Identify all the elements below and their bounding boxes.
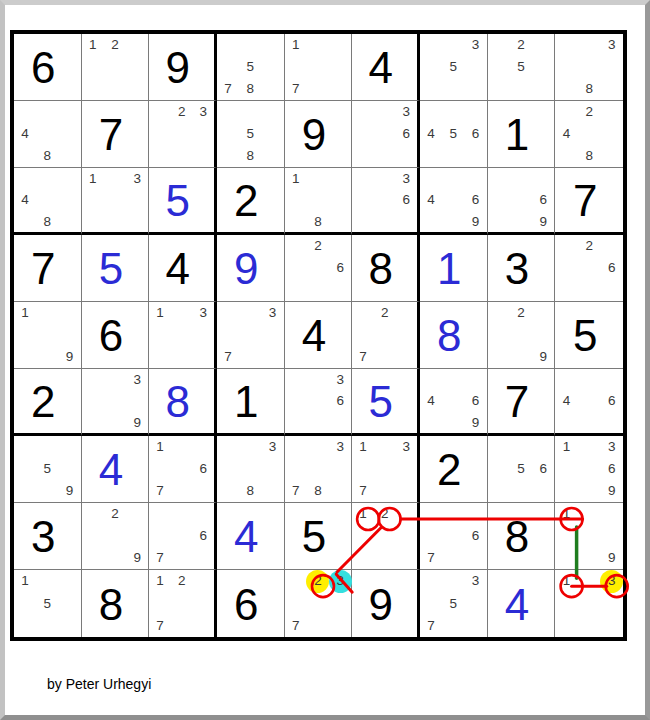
candidate-r7c8-5[interactable]: 5 [510, 458, 532, 480]
empty-slot [374, 346, 396, 368]
empty-slot [420, 145, 442, 167]
empty-slot [14, 101, 36, 123]
empty-slot [329, 412, 351, 433]
empty-slot [578, 615, 601, 637]
empty-slot [578, 369, 601, 390]
cell-r6c1[interactable]: 2 [14, 369, 82, 436]
candidate-r8c7-7[interactable]: 7 [420, 547, 442, 569]
candidate-r9c7-3[interactable]: 3 [464, 570, 486, 592]
empty-slot [14, 324, 36, 346]
cell-r5c5[interactable]: 4 [285, 302, 353, 369]
cell-r7c5[interactable]: 378 [285, 436, 353, 503]
empty-slot [555, 279, 578, 301]
cell-r5c1[interactable]: 19 [14, 302, 82, 369]
candidate-r7c6-1[interactable]: 1 [352, 436, 374, 458]
empty-slot [329, 592, 351, 614]
cell-r3c7[interactable]: 469 [420, 168, 488, 235]
candidate-r1c9-8[interactable]: 8 [578, 78, 601, 100]
empty-slot [126, 211, 148, 232]
empty-slot [578, 570, 601, 592]
candidate-r8c3-7[interactable]: 7 [149, 547, 171, 569]
candidate-r1c9-3[interactable]: 3 [600, 34, 623, 56]
empty-slot [352, 211, 374, 232]
candidate-r5c8-9[interactable]: 9 [532, 346, 554, 368]
cell-r5c8[interactable]: 29 [488, 302, 556, 369]
candidate-r3c6-3[interactable]: 3 [395, 168, 417, 189]
cell-r7c2[interactable]: 4 [82, 436, 150, 503]
empty-slot [555, 34, 578, 56]
candidate-r7c9-3[interactable]: 3 [600, 436, 623, 458]
candidate-r5c6-2[interactable]: 2 [374, 302, 396, 324]
candidate-r1c8-2[interactable]: 2 [510, 34, 532, 56]
cell-r5c6[interactable]: 27 [352, 302, 420, 369]
empty-slot [307, 390, 329, 411]
empty-slot [149, 503, 171, 525]
candidate-r1c7-5[interactable]: 5 [442, 56, 464, 78]
candidate-r4c9-2[interactable]: 2 [578, 235, 601, 257]
empty-slot [104, 547, 126, 569]
cell-r4c8[interactable]: 3 [488, 235, 556, 302]
candidate-r3c2-1[interactable]: 1 [82, 168, 104, 189]
empty-slot [58, 145, 80, 167]
cell-r1c9[interactable]: 38 [555, 34, 623, 101]
candidate-r6c7-6[interactable]: 6 [464, 390, 486, 411]
candidate-r7c1-5[interactable]: 5 [36, 458, 58, 480]
candidate-r1c2-1[interactable]: 1 [82, 34, 104, 56]
empty-slot [285, 189, 307, 210]
empty-slot [578, 547, 601, 569]
candidate-r7c3-1[interactable]: 1 [149, 436, 171, 458]
candidate-r2c7-4[interactable]: 4 [420, 123, 442, 145]
cell-r1c1[interactable]: 6 [14, 34, 82, 101]
cell-r1c7[interactable]: 35 [420, 34, 488, 101]
empty-slot [395, 346, 417, 368]
candidate-r1c5-1[interactable]: 1 [285, 34, 307, 56]
candidate-r2c9-8[interactable]: 8 [578, 145, 601, 167]
cell-r1c2[interactable]: 12 [82, 34, 150, 101]
empty-slot [104, 525, 126, 547]
candidate-r3c5-8[interactable]: 8 [307, 211, 329, 232]
cell-r3c5[interactable]: 18 [285, 168, 353, 235]
candidate-r2c9-2[interactable]: 2 [578, 101, 601, 123]
empty-slot [285, 56, 307, 78]
given-digit: 2 [234, 179, 258, 223]
candidate-r7c9-1[interactable]: 1 [555, 436, 578, 458]
cell-r3c1[interactable]: 48 [14, 168, 82, 235]
candidate-grid: 23 [149, 101, 214, 167]
cell-r9c5[interactable]: 237 [285, 570, 353, 637]
empty-slot [82, 78, 104, 100]
cell-r2c8[interactable]: 1 [488, 101, 556, 168]
empty-slot [578, 56, 601, 78]
cell-r1c3[interactable]: 9 [149, 34, 217, 101]
empty-slot [239, 458, 261, 480]
candidate-r7c5-7[interactable]: 7 [285, 480, 307, 502]
empty-slot [510, 189, 532, 210]
cell-r4c5[interactable]: 26 [285, 235, 353, 302]
empty-slot [14, 436, 36, 458]
cell-r9c2[interactable]: 8 [82, 570, 150, 637]
candidate-r6c5-3[interactable]: 3 [329, 369, 351, 390]
empty-slot [464, 145, 486, 167]
candidate-grid: 69 [488, 168, 555, 232]
cell-r1c5[interactable]: 17 [285, 34, 353, 101]
candidate-r5c1-1[interactable]: 1 [14, 302, 36, 324]
candidate-r9c3-1[interactable]: 1 [149, 570, 171, 592]
empty-slot [217, 324, 239, 346]
empty-slot [307, 592, 329, 614]
candidate-r9c3-7[interactable]: 7 [149, 615, 171, 637]
empty-slot [420, 592, 442, 614]
empty-slot [600, 235, 623, 257]
candidate-r5c4-7[interactable]: 7 [217, 346, 239, 368]
candidate-r8c2-9[interactable]: 9 [126, 547, 148, 569]
candidate-r1c2-2[interactable]: 2 [104, 34, 126, 56]
cell-r7c3[interactable]: 167 [149, 436, 217, 503]
cell-r7c9[interactable]: 1369 [555, 436, 623, 503]
solved-digit: 4 [99, 448, 123, 492]
candidate-grid: 578 [217, 34, 284, 100]
solved-digit: 1 [437, 247, 461, 291]
empty-slot [352, 189, 374, 210]
empty-slot [532, 436, 554, 458]
candidate-r3c7-6[interactable]: 6 [464, 189, 486, 210]
empty-slot [488, 189, 510, 210]
empty-slot [307, 257, 329, 279]
cell-r2c4[interactable]: 58 [217, 101, 285, 168]
cell-r4c3[interactable]: 4 [149, 235, 217, 302]
solved-digit: 4 [505, 583, 529, 627]
empty-slot [329, 78, 351, 100]
empty-slot [352, 525, 374, 547]
empty-slot [442, 101, 464, 123]
empty-slot [217, 302, 239, 324]
cell-r6c9[interactable]: 46 [555, 369, 623, 436]
empty-slot [261, 101, 283, 123]
cell-r9c9[interactable]: 13 [555, 570, 623, 637]
cell-r3c3[interactable]: 5 [149, 168, 217, 235]
candidate-r9c9-1[interactable]: 1 [555, 570, 578, 592]
candidate-r4c5-2[interactable]: 2 [307, 235, 329, 257]
given-digit: 6 [99, 314, 123, 358]
cell-r4c4[interactable]: 9 [217, 235, 285, 302]
empty-slot [82, 525, 104, 547]
cell-r8c7[interactable]: 67 [420, 503, 488, 570]
candidate-r6c7-9[interactable]: 9 [464, 412, 486, 433]
cell-r7c1[interactable]: 59 [14, 436, 82, 503]
empty-slot [374, 436, 396, 458]
cell-r5c9[interactable]: 5 [555, 302, 623, 369]
cell-r9c4[interactable]: 6 [217, 570, 285, 637]
cell-r8c6[interactable]: 12 [352, 503, 420, 570]
candidate-r2c7-5[interactable]: 5 [442, 123, 464, 145]
empty-slot [510, 324, 532, 346]
candidate-r9c5-2[interactable]: 2 [307, 570, 329, 592]
empty-slot [14, 211, 36, 232]
cell-r7c8[interactable]: 56 [488, 436, 556, 503]
candidate-r3c7-9[interactable]: 9 [464, 211, 486, 232]
candidate-r2c7-6[interactable]: 6 [464, 123, 486, 145]
cell-r8c5[interactable]: 5 [285, 503, 353, 570]
candidate-r1c4-8[interactable]: 8 [239, 78, 261, 100]
author-caption: by Peter Urhegyi [47, 676, 151, 692]
empty-slot [510, 436, 532, 458]
cell-r3c2[interactable]: 13 [82, 168, 150, 235]
cell-r7c4[interactable]: 38 [217, 436, 285, 503]
candidate-r7c4-3[interactable]: 3 [261, 436, 283, 458]
candidate-r5c3-1[interactable]: 1 [149, 302, 171, 324]
candidate-r7c6-7[interactable]: 7 [352, 480, 374, 502]
candidate-r7c9-6[interactable]: 6 [600, 458, 623, 480]
cell-r7c6[interactable]: 137 [352, 436, 420, 503]
empty-slot [578, 592, 601, 614]
cell-r2c9[interactable]: 248 [555, 101, 623, 168]
empty-slot [510, 480, 532, 502]
empty-slot [82, 412, 104, 433]
cell-r6c2[interactable]: 39 [82, 369, 150, 436]
cell-r5c2[interactable]: 6 [82, 302, 150, 369]
cell-r2c2[interactable]: 7 [82, 101, 150, 168]
candidate-r1c8-5[interactable]: 5 [510, 56, 532, 78]
cell-r2c1[interactable]: 48 [14, 101, 82, 168]
cell-r7c7[interactable]: 2 [420, 436, 488, 503]
candidate-r8c3-6[interactable]: 6 [192, 525, 214, 547]
candidate-r7c1-9[interactable]: 9 [58, 480, 80, 502]
candidate-r8c6-1[interactable]: 1 [352, 503, 374, 525]
candidate-grid: 1369 [555, 436, 623, 502]
empty-slot [600, 279, 623, 301]
empty-slot [464, 168, 486, 189]
empty-slot [578, 390, 601, 411]
candidate-grid: 36 [352, 168, 417, 232]
candidate-r3c1-8[interactable]: 8 [36, 211, 58, 232]
candidate-grid: 469 [420, 369, 487, 433]
candidate-r2c3-2[interactable]: 2 [171, 101, 193, 123]
empty-slot [555, 615, 578, 637]
cell-r3c9[interactable]: 7 [555, 168, 623, 235]
empty-slot [329, 34, 351, 56]
solved-digit: 8 [165, 380, 189, 424]
candidate-r8c9-1[interactable]: 1 [555, 503, 578, 525]
cell-r1c4[interactable]: 578 [217, 34, 285, 101]
candidate-r9c1-5[interactable]: 5 [36, 592, 58, 614]
cell-r4c1[interactable]: 7 [14, 235, 82, 302]
candidate-r9c3-2[interactable]: 2 [171, 570, 193, 592]
candidate-r5c4-3[interactable]: 3 [261, 302, 283, 324]
cell-r8c2[interactable]: 29 [82, 503, 150, 570]
cell-r8c9[interactable]: 19 [555, 503, 623, 570]
cell-r5c3[interactable]: 13 [149, 302, 217, 369]
cell-r9c1[interactable]: 15 [14, 570, 82, 637]
candidate-r1c4-5[interactable]: 5 [239, 56, 261, 78]
candidate-r6c2-9[interactable]: 9 [126, 412, 148, 433]
candidate-r7c6-3[interactable]: 3 [395, 436, 417, 458]
candidate-r7c3-6[interactable]: 6 [192, 458, 214, 480]
given-digit: 5 [302, 515, 326, 559]
cell-r8c1[interactable]: 3 [14, 503, 82, 570]
candidate-r3c5-1[interactable]: 1 [285, 168, 307, 189]
candidate-r9c9-3[interactable]: 3 [600, 570, 623, 592]
candidate-r2c6-6[interactable]: 6 [395, 123, 417, 145]
cell-r2c6[interactable]: 36 [352, 101, 420, 168]
empty-slot [442, 615, 464, 637]
candidate-r5c6-7[interactable]: 7 [352, 346, 374, 368]
empty-slot [192, 480, 214, 502]
candidate-r7c8-6[interactable]: 6 [532, 458, 554, 480]
empty-slot [285, 211, 307, 232]
empty-slot [307, 189, 329, 210]
cell-r4c9[interactable]: 26 [555, 235, 623, 302]
candidate-r8c2-2[interactable]: 2 [104, 503, 126, 525]
cell-r8c3[interactable]: 67 [149, 503, 217, 570]
empty-slot [192, 346, 214, 368]
empty-slot [420, 56, 442, 78]
cell-r4c2[interactable]: 5 [82, 235, 150, 302]
empty-slot [285, 235, 307, 257]
empty-slot [329, 168, 351, 189]
candidate-r2c1-8[interactable]: 8 [36, 145, 58, 167]
empty-slot [126, 503, 148, 525]
empty-slot [395, 547, 417, 569]
empty-slot [171, 145, 193, 167]
cell-r3c6[interactable]: 36 [352, 168, 420, 235]
empty-slot [14, 168, 36, 189]
empty-slot [104, 189, 126, 210]
candidate-r7c5-3[interactable]: 3 [329, 436, 351, 458]
candidate-r3c6-6[interactable]: 6 [395, 189, 417, 210]
candidate-r8c7-6[interactable]: 6 [464, 525, 486, 547]
empty-slot [104, 56, 126, 78]
empty-slot [464, 369, 486, 390]
candidate-r2c6-3[interactable]: 3 [395, 101, 417, 123]
cell-r5c7[interactable]: 8 [420, 302, 488, 369]
cell-r6c6[interactable]: 5 [352, 369, 420, 436]
candidate-r3c7-4[interactable]: 4 [420, 189, 442, 210]
given-digit: 9 [368, 583, 392, 627]
cell-r6c4[interactable]: 1 [217, 369, 285, 436]
cell-r4c7[interactable]: 1 [420, 235, 488, 302]
solved-digit: 5 [99, 247, 123, 291]
candidate-r2c3-3[interactable]: 3 [192, 101, 214, 123]
candidate-r6c9-6[interactable]: 6 [600, 390, 623, 411]
cell-r2c7[interactable]: 456 [420, 101, 488, 168]
cell-r8c4[interactable]: 4 [217, 503, 285, 570]
cell-r9c7[interactable]: 357 [420, 570, 488, 637]
candidate-grid: 137 [352, 436, 417, 502]
empty-slot [104, 390, 126, 411]
candidate-grid: 12 [82, 34, 149, 100]
empty-slot [58, 324, 80, 346]
candidate-r9c1-1[interactable]: 1 [14, 570, 36, 592]
candidate-r2c4-8[interactable]: 8 [239, 145, 261, 167]
empty-slot [464, 547, 486, 569]
empty-slot [14, 615, 36, 637]
candidate-r9c5-7[interactable]: 7 [285, 615, 307, 637]
empty-slot [36, 123, 58, 145]
empty-slot [395, 503, 417, 525]
empty-slot [442, 211, 464, 232]
cell-r5c4[interactable]: 37 [217, 302, 285, 369]
candidate-r8c6-2[interactable]: 2 [374, 503, 396, 525]
candidate-r1c5-7[interactable]: 7 [285, 78, 307, 100]
empty-slot [442, 503, 464, 525]
candidate-r3c1-4[interactable]: 4 [14, 189, 36, 210]
empty-slot [171, 525, 193, 547]
cell-r4c6[interactable]: 8 [352, 235, 420, 302]
candidate-r5c1-9[interactable]: 9 [58, 346, 80, 368]
candidate-r3c2-3[interactable]: 3 [126, 168, 148, 189]
candidate-r5c8-2[interactable]: 2 [510, 302, 532, 324]
cell-r8c8[interactable]: 8 [488, 503, 556, 570]
given-digit: 4 [165, 247, 189, 291]
cell-r9c6[interactable]: 9 [352, 570, 420, 637]
empty-slot [555, 525, 578, 547]
empty-slot [555, 547, 578, 569]
candidate-r6c5-6[interactable]: 6 [329, 390, 351, 411]
candidate-r7c4-8[interactable]: 8 [239, 480, 261, 502]
empty-slot [307, 34, 329, 56]
empty-slot [488, 436, 510, 458]
empty-slot [442, 145, 464, 167]
candidate-r2c9-4[interactable]: 4 [555, 123, 578, 145]
candidate-r8c9-9[interactable]: 9 [600, 547, 623, 569]
empty-slot [82, 390, 104, 411]
candidate-r3c8-6[interactable]: 6 [532, 189, 554, 210]
cell-r6c5[interactable]: 36 [285, 369, 353, 436]
empty-slot [395, 458, 417, 480]
candidate-r1c7-3[interactable]: 3 [464, 34, 486, 56]
cell-r1c6[interactable]: 4 [352, 34, 420, 101]
candidate-r4c9-6[interactable]: 6 [600, 257, 623, 279]
cell-r9c8[interactable]: 4 [488, 570, 556, 637]
candidate-r1c4-7[interactable]: 7 [217, 78, 239, 100]
candidate-r7c5-8[interactable]: 8 [307, 480, 329, 502]
cell-r2c5[interactable]: 9 [285, 101, 353, 168]
candidate-r4c5-6[interactable]: 6 [329, 257, 351, 279]
candidate-r3c8-9[interactable]: 9 [532, 211, 554, 232]
empty-slot [285, 458, 307, 480]
candidate-r5c3-3[interactable]: 3 [192, 302, 214, 324]
candidate-r2c1-4[interactable]: 4 [14, 123, 36, 145]
cell-r9c3[interactable]: 127 [149, 570, 217, 637]
candidate-r9c7-7[interactable]: 7 [420, 615, 442, 637]
candidate-r6c7-4[interactable]: 4 [420, 390, 442, 411]
candidate-r6c2-3[interactable]: 3 [126, 369, 148, 390]
empty-slot [82, 211, 104, 232]
empty-slot [104, 412, 126, 433]
cell-r6c7[interactable]: 469 [420, 369, 488, 436]
empty-slot [555, 458, 578, 480]
cell-r6c3[interactable]: 8 [149, 369, 217, 436]
candidate-r6c9-4[interactable]: 4 [555, 390, 578, 411]
candidate-grid: 18 [285, 168, 352, 232]
candidate-r2c4-5[interactable]: 5 [239, 123, 261, 145]
empty-slot [488, 346, 510, 368]
candidate-r9c5-3[interactable]: 3 [329, 570, 351, 592]
empty-slot [36, 346, 58, 368]
cell-r3c4[interactable]: 2 [217, 168, 285, 235]
candidate-r9c7-5[interactable]: 5 [442, 592, 464, 614]
empty-slot [488, 56, 510, 78]
cell-r6c8[interactable]: 7 [488, 369, 556, 436]
sudoku-board: 6129578174352538487235893645612484813521… [10, 30, 627, 641]
candidate-r7c9-9[interactable]: 9 [600, 480, 623, 502]
cell-r3c8[interactable]: 69 [488, 168, 556, 235]
candidate-r7c3-7[interactable]: 7 [149, 480, 171, 502]
cell-r1c8[interactable]: 25 [488, 34, 556, 101]
empty-slot [510, 211, 532, 232]
cell-r2c3[interactable]: 23 [149, 101, 217, 168]
